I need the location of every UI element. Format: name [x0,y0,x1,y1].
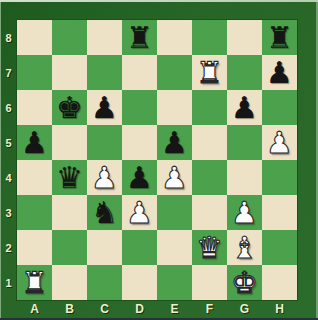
square-d8[interactable]: ♜ [122,20,157,55]
piece-black-knight[interactable]: ♞ [91,195,118,230]
square-d6[interactable] [122,90,157,125]
square-a7[interactable] [17,55,52,90]
square-a2[interactable] [17,230,52,265]
square-a3[interactable] [17,195,52,230]
file-label-f: F [192,300,227,318]
piece-white-pawn[interactable]: ♟ [91,160,118,195]
square-d5[interactable] [122,125,157,160]
piece-black-pawn[interactable]: ♟ [91,90,118,125]
square-c4[interactable]: ♟ [87,160,122,195]
square-e6[interactable] [157,90,192,125]
square-g1[interactable]: ♚ [227,265,262,300]
frame-bevel-top [0,0,318,2]
rank-label-3: 3 [0,195,17,230]
square-f4[interactable] [192,160,227,195]
square-d4[interactable]: ♟ [122,160,157,195]
square-b2[interactable] [52,230,87,265]
square-a1[interactable]: ♜ [17,265,52,300]
square-a6[interactable] [17,90,52,125]
square-g2[interactable]: ♝ [227,230,262,265]
rank-label-6: 6 [0,90,17,125]
piece-black-pawn[interactable]: ♟ [231,90,258,125]
square-b8[interactable] [52,20,87,55]
square-e7[interactable] [157,55,192,90]
square-d1[interactable] [122,265,157,300]
file-label-g: G [227,300,262,318]
square-f5[interactable] [192,125,227,160]
square-c7[interactable] [87,55,122,90]
square-f8[interactable] [192,20,227,55]
square-h5[interactable]: ♟ [262,125,297,160]
file-label-h: H [262,300,297,318]
piece-black-king[interactable]: ♚ [56,90,83,125]
square-g3[interactable]: ♟ [227,195,262,230]
piece-white-rook[interactable]: ♜ [196,55,223,90]
file-label-e: E [157,300,192,318]
file-label-a: A [17,300,52,318]
piece-white-pawn[interactable]: ♟ [231,195,258,230]
rank-label-4: 4 [0,160,17,195]
rank-label-7: 7 [0,55,17,90]
rank-label-5: 5 [0,125,17,160]
square-h6[interactable] [262,90,297,125]
piece-white-queen[interactable]: ♛ [196,230,223,265]
piece-white-king[interactable]: ♚ [231,265,258,300]
piece-black-queen[interactable]: ♛ [56,160,83,195]
rank-labels: 8 7 6 5 4 3 2 1 [0,20,17,300]
square-b5[interactable] [52,125,87,160]
square-b4[interactable]: ♛ [52,160,87,195]
file-labels: A B C D E F G H [17,300,297,318]
piece-white-bishop[interactable]: ♝ [231,230,258,265]
square-b7[interactable] [52,55,87,90]
rank-label-8: 8 [0,20,17,55]
square-e3[interactable] [157,195,192,230]
square-a8[interactable] [17,20,52,55]
square-h2[interactable] [262,230,297,265]
square-h4[interactable] [262,160,297,195]
piece-white-pawn[interactable]: ♟ [266,125,293,160]
frame-bevel-right [316,2,318,318]
square-c5[interactable] [87,125,122,160]
piece-black-pawn[interactable]: ♟ [161,125,188,160]
square-d2[interactable] [122,230,157,265]
square-c1[interactable] [87,265,122,300]
square-h7[interactable]: ♟ [262,55,297,90]
square-h8[interactable]: ♜ [262,20,297,55]
piece-black-rook[interactable]: ♜ [126,20,153,55]
square-b6[interactable]: ♚ [52,90,87,125]
file-label-d: D [122,300,157,318]
square-e1[interactable] [157,265,192,300]
square-f1[interactable] [192,265,227,300]
piece-black-pawn[interactable]: ♟ [126,160,153,195]
square-e5[interactable]: ♟ [157,125,192,160]
square-h1[interactable] [262,265,297,300]
square-f6[interactable] [192,90,227,125]
square-e4[interactable]: ♟ [157,160,192,195]
piece-white-pawn[interactable]: ♟ [126,195,153,230]
square-f3[interactable] [192,195,227,230]
square-e2[interactable] [157,230,192,265]
square-g5[interactable] [227,125,262,160]
square-g8[interactable] [227,20,262,55]
piece-black-pawn[interactable]: ♟ [21,125,48,160]
piece-black-rook[interactable]: ♜ [266,20,293,55]
square-g7[interactable] [227,55,262,90]
square-a4[interactable] [17,160,52,195]
square-f7[interactable]: ♜ [192,55,227,90]
piece-white-pawn[interactable]: ♟ [161,160,188,195]
square-c8[interactable] [87,20,122,55]
square-d3[interactable]: ♟ [122,195,157,230]
square-g6[interactable]: ♟ [227,90,262,125]
square-e8[interactable] [157,20,192,55]
square-g4[interactable] [227,160,262,195]
square-c3[interactable]: ♞ [87,195,122,230]
square-d7[interactable] [122,55,157,90]
file-label-b: B [52,300,87,318]
square-c2[interactable] [87,230,122,265]
square-c6[interactable]: ♟ [87,90,122,125]
square-b1[interactable] [52,265,87,300]
square-b3[interactable] [52,195,87,230]
rank-label-2: 2 [0,230,17,265]
piece-white-rook[interactable]: ♜ [21,265,48,300]
chess-board: ♜♜♜♟♚♟♟♟♟♟♛♟♟♟♞♟♟♛♝♜♚ [17,20,297,300]
piece-black-pawn[interactable]: ♟ [266,55,293,90]
rank-label-1: 1 [0,265,17,300]
file-label-c: C [87,300,122,318]
square-f2[interactable]: ♛ [192,230,227,265]
square-a5[interactable]: ♟ [17,125,52,160]
chess-board-frame: 8 7 6 5 4 3 2 1 ♜♜♜♟♚♟♟♟♟♟♛♟♟♟♞♟♟♛♝♜♚ A … [0,0,318,320]
square-h3[interactable] [262,195,297,230]
